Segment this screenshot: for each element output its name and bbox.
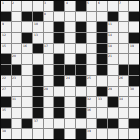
white-cell-r1c5[interactable]: 3	[44, 1, 54, 11]
black-cell-r12c13	[129, 119, 139, 129]
white-cell-r6c5[interactable]	[44, 54, 54, 64]
black-cell-r8c4	[33, 76, 43, 86]
white-cell-r8c12[interactable]: 26	[119, 76, 129, 86]
black-cell-r7c1	[1, 65, 11, 75]
white-cell-r6c9[interactable]	[87, 54, 97, 64]
black-cell-r3c10	[97, 22, 107, 32]
clue-number-28: 28	[44, 87, 48, 90]
clue-number-39: 39	[87, 129, 91, 132]
white-cell-r2c7[interactable]	[65, 12, 75, 22]
white-cell-r5c6[interactable]	[54, 44, 64, 54]
white-cell-r13c13[interactable]	[129, 129, 139, 139]
clue-number-23: 23	[12, 76, 16, 79]
white-cell-r4c12[interactable]	[119, 33, 129, 43]
white-cell-r9c9[interactable]	[87, 87, 97, 97]
black-cell-r3c8	[76, 22, 86, 32]
white-cell-r10c3[interactable]	[22, 97, 32, 107]
white-cell-r9c13[interactable]: 30	[129, 87, 139, 97]
clue-number-6: 6	[98, 1, 100, 4]
white-cell-r3c3[interactable]	[22, 22, 32, 32]
white-cell-r1c1[interactable]: 1	[1, 1, 11, 11]
white-cell-r1c12[interactable]: 7	[119, 1, 129, 11]
clue-number-35: 35	[2, 108, 6, 111]
white-cell-r11c9[interactable]: 36	[87, 108, 97, 118]
black-cell-r6c10	[97, 54, 107, 64]
white-cell-r5c13[interactable]: 19	[129, 44, 139, 54]
white-cell-r13c11[interactable]	[108, 129, 118, 139]
white-cell-r6c7[interactable]	[65, 54, 75, 64]
white-cell-r11c13[interactable]	[129, 108, 139, 118]
black-cell-r2c3	[22, 12, 32, 22]
white-cell-r8c3[interactable]	[22, 76, 32, 86]
white-cell-r4c4[interactable]: 13	[33, 33, 43, 43]
white-cell-r10c5[interactable]	[44, 97, 54, 107]
white-cell-r2c12[interactable]	[119, 12, 129, 22]
white-cell-r1c13[interactable]	[129, 1, 139, 11]
black-cell-r7c4	[33, 65, 43, 75]
white-cell-r11c3[interactable]	[22, 108, 32, 118]
black-cell-r10c6	[54, 97, 64, 107]
white-cell-r6c2[interactable]: 20	[12, 54, 22, 64]
clue-number-14: 14	[108, 33, 112, 36]
white-cell-r1c7[interactable]: 4	[65, 1, 75, 11]
black-cell-r7c6	[54, 65, 64, 75]
clue-number-26: 26	[119, 76, 123, 79]
white-cell-r6c3[interactable]	[22, 54, 32, 64]
black-cell-r6c1	[1, 54, 11, 64]
white-cell-r13c4[interactable]	[33, 129, 43, 139]
black-cell-r9c4	[33, 87, 43, 97]
clue-number-27: 27	[2, 87, 6, 90]
clue-number-29: 29	[108, 87, 112, 90]
white-cell-r13c2[interactable]	[12, 129, 22, 139]
white-cell-r12c6[interactable]	[54, 119, 64, 129]
white-cell-r4c9[interactable]	[87, 33, 97, 43]
black-cell-r7c7	[65, 65, 75, 75]
black-cell-r4c6	[54, 33, 64, 43]
white-cell-r8c5[interactable]	[44, 76, 54, 86]
white-cell-r1c10[interactable]: 6	[97, 1, 107, 11]
white-cell-r6c13[interactable]	[129, 54, 139, 64]
clue-number-19: 19	[130, 44, 134, 47]
white-cell-r13c1[interactable]: 38	[1, 129, 11, 139]
white-cell-r3c11[interactable]: 11	[108, 22, 118, 32]
white-cell-r8c7[interactable]: 24	[65, 76, 75, 86]
white-cell-r1c3[interactable]	[22, 1, 32, 11]
white-cell-r2c2[interactable]	[12, 12, 22, 22]
white-cell-r8c9[interactable]: 25	[87, 76, 97, 86]
white-cell-r1c9[interactable]: 5	[87, 1, 97, 11]
white-cell-r11c5[interactable]	[44, 108, 54, 118]
clue-number-5: 5	[87, 1, 89, 4]
black-cell-r5c4	[33, 44, 43, 54]
clue-number-21: 21	[108, 54, 112, 57]
white-cell-r6c4[interactable]	[33, 54, 43, 64]
white-cell-r2c10[interactable]	[97, 12, 107, 22]
white-cell-r5c1[interactable]: 15	[1, 44, 11, 54]
black-cell-r13c8	[76, 129, 86, 139]
white-cell-r10c13[interactable]	[129, 97, 139, 107]
clue-number-25: 25	[87, 76, 91, 79]
black-cell-r10c8	[76, 97, 86, 107]
white-cell-r3c4[interactable]: 10	[33, 22, 43, 32]
black-cell-r2c11	[108, 12, 118, 22]
white-cell-r11c12[interactable]	[119, 108, 129, 118]
white-cell-r3c1[interactable]: 9	[1, 22, 11, 32]
white-cell-r9c6[interactable]	[54, 87, 64, 97]
black-cell-r12c10	[97, 119, 107, 129]
clue-number-15: 15	[2, 44, 6, 47]
clue-number-1: 1	[2, 1, 4, 4]
clue-number-2: 2	[12, 1, 14, 4]
white-cell-r2c5[interactable]: 8	[44, 12, 54, 22]
white-cell-r12c7[interactable]	[65, 119, 75, 129]
white-cell-r9c11[interactable]: 29	[108, 87, 118, 97]
black-cell-r4c3	[22, 33, 32, 43]
white-cell-r12c12[interactable]	[119, 119, 129, 129]
white-cell-r9c1[interactable]: 27	[1, 87, 11, 97]
black-cell-r4c13	[129, 33, 139, 43]
black-cell-r7c12	[119, 65, 129, 75]
white-cell-r12c4[interactable]: 37	[33, 119, 43, 129]
black-cell-r2c1	[1, 12, 11, 22]
black-cell-r10c11	[108, 97, 118, 107]
clue-number-12: 12	[2, 33, 6, 36]
black-cell-r12c11	[108, 119, 118, 129]
black-cell-r11c6	[54, 108, 64, 118]
white-cell-r8c2[interactable]: 23	[12, 76, 22, 86]
white-cell-r7c11[interactable]	[108, 65, 118, 75]
white-cell-r13c7[interactable]	[65, 129, 75, 139]
white-cell-r3c12[interactable]	[119, 22, 129, 32]
white-cell-r12c2[interactable]	[12, 119, 22, 129]
white-cell-r4c5[interactable]	[44, 33, 54, 43]
white-cell-r4c1[interactable]: 12	[1, 33, 11, 43]
clue-number-38: 38	[2, 129, 6, 132]
white-cell-r10c9[interactable]: 32	[87, 97, 97, 107]
black-cell-r11c4	[33, 108, 43, 118]
clue-number-16: 16	[23, 44, 27, 47]
clue-number-20: 20	[12, 54, 16, 57]
clue-number-13: 13	[34, 33, 38, 36]
black-cell-r4c10	[97, 33, 107, 43]
white-cell-r11c10[interactable]	[97, 108, 107, 118]
clue-number-3: 3	[44, 1, 46, 4]
clue-number-36: 36	[87, 108, 91, 111]
white-cell-r13c5[interactable]	[44, 129, 54, 139]
white-cell-r6c12[interactable]	[119, 54, 129, 64]
black-cell-r11c8	[76, 108, 86, 118]
black-cell-r4c8	[76, 33, 86, 43]
white-cell-r12c8[interactable]	[76, 119, 86, 129]
clue-number-30: 30	[130, 87, 134, 90]
white-cell-r3c9[interactable]	[87, 22, 97, 32]
white-cell-r10c10[interactable]: 33	[97, 97, 107, 107]
black-cell-r1c6	[54, 1, 64, 11]
clue-number-32: 32	[87, 97, 91, 100]
white-cell-r11c7[interactable]	[65, 108, 75, 118]
white-cell-r9c12[interactable]	[119, 87, 129, 97]
black-cell-r9c10	[97, 87, 107, 97]
white-cell-r11c11[interactable]	[108, 108, 118, 118]
white-cell-r4c7[interactable]	[65, 33, 75, 43]
clue-number-18: 18	[108, 44, 112, 47]
white-cell-r2c9[interactable]	[87, 12, 97, 22]
crossword-grid: 1234567891011121314151617181920212223242…	[1, 1, 139, 139]
white-cell-r5c9[interactable]	[87, 44, 97, 54]
white-cell-r5c8[interactable]	[76, 44, 86, 54]
white-cell-r5c5[interactable]: 17	[44, 44, 54, 54]
clue-number-17: 17	[44, 44, 48, 47]
black-cell-r13c6	[54, 129, 64, 139]
white-cell-r13c3[interactable]	[22, 129, 32, 139]
white-cell-r2c8[interactable]	[76, 12, 86, 22]
white-cell-r3c7[interactable]	[65, 22, 75, 32]
clue-number-34: 34	[119, 97, 123, 100]
white-cell-r3c13[interactable]	[129, 22, 139, 32]
white-cell-r5c3[interactable]: 16	[22, 44, 32, 54]
white-cell-r7c3[interactable]	[22, 65, 32, 75]
clue-number-22: 22	[2, 76, 6, 79]
white-cell-r10c7[interactable]	[65, 97, 75, 107]
white-cell-r5c7[interactable]	[65, 44, 75, 54]
white-cell-r13c9[interactable]: 39	[87, 129, 97, 139]
black-cell-r2c4	[33, 12, 43, 22]
white-cell-r3c2[interactable]	[12, 22, 22, 32]
black-cell-r12c1	[1, 119, 11, 129]
black-cell-r7c8	[76, 65, 86, 75]
white-cell-r5c11[interactable]: 18	[108, 44, 118, 54]
white-cell-r13c10[interactable]	[97, 129, 107, 139]
white-cell-r1c4[interactable]	[33, 1, 43, 11]
black-cell-r10c4	[33, 97, 43, 107]
black-cell-r5c10	[97, 44, 107, 54]
black-cell-r10c1	[1, 97, 11, 107]
clue-number-33: 33	[98, 97, 102, 100]
white-cell-r2c6[interactable]	[54, 12, 64, 22]
white-cell-r8c11[interactable]	[108, 76, 118, 86]
black-cell-r8c13	[129, 76, 139, 86]
black-cell-r7c2	[12, 65, 22, 75]
white-cell-r3c5[interactable]	[44, 22, 54, 32]
clue-number-9: 9	[2, 22, 4, 25]
clue-number-31: 31	[12, 97, 16, 100]
black-cell-r7c10	[97, 65, 107, 75]
white-cell-r6c11[interactable]: 21	[108, 54, 118, 64]
black-cell-r6c8	[76, 54, 86, 64]
black-cell-r12c3	[22, 119, 32, 129]
white-cell-r7c5[interactable]	[44, 65, 54, 75]
clue-number-37: 37	[34, 119, 38, 122]
white-cell-r12c5[interactable]	[44, 119, 54, 129]
white-cell-r5c12[interactable]	[119, 44, 129, 54]
clue-number-10: 10	[34, 22, 38, 25]
clue-number-24: 24	[66, 76, 70, 79]
white-cell-r9c2[interactable]	[12, 87, 22, 97]
clue-number-4: 4	[66, 1, 68, 4]
crossword-board: 1234567891011121314151617181920212223242…	[0, 0, 140, 140]
white-cell-r11c2[interactable]	[12, 108, 22, 118]
clue-number-7: 7	[119, 1, 121, 4]
white-cell-r10c2[interactable]: 31	[12, 97, 22, 107]
white-cell-r9c5[interactable]: 28	[44, 87, 54, 97]
black-cell-r2c13	[129, 12, 139, 22]
white-cell-r7c9[interactable]	[87, 65, 97, 75]
white-cell-r5c2[interactable]	[12, 44, 22, 54]
white-cell-r1c2[interactable]: 2	[12, 1, 22, 11]
white-cell-r4c2[interactable]	[12, 33, 22, 43]
white-cell-r9c3[interactable]	[22, 87, 32, 97]
white-cell-r13c12[interactable]	[119, 129, 129, 139]
black-cell-r7c13	[129, 65, 139, 75]
black-cell-r1c8	[76, 1, 86, 11]
black-cell-r6c6	[54, 54, 64, 64]
black-cell-r8c6	[54, 76, 64, 86]
white-cell-r4c11[interactable]: 14	[108, 33, 118, 43]
white-cell-r9c7[interactable]	[65, 87, 75, 97]
white-cell-r8c1[interactable]: 22	[1, 76, 11, 86]
black-cell-r8c8	[76, 76, 86, 86]
clue-number-8: 8	[44, 12, 46, 15]
white-cell-r11c1[interactable]: 35	[1, 108, 11, 118]
white-cell-r1c11[interactable]	[108, 1, 118, 11]
black-cell-r3c6	[54, 22, 64, 32]
white-cell-r9c8[interactable]	[76, 87, 86, 97]
clue-number-11: 11	[108, 22, 112, 25]
white-cell-r8c10[interactable]	[97, 76, 107, 86]
white-cell-r10c12[interactable]: 34	[119, 97, 129, 107]
white-cell-r12c9[interactable]	[87, 119, 97, 129]
